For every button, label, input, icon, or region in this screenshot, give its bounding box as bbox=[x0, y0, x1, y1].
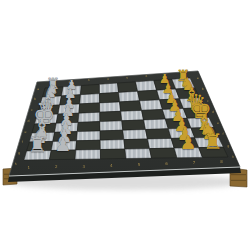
square-b6[interactable] bbox=[138, 90, 160, 101]
rank-label-far-6: 6 bbox=[145, 74, 147, 78]
square-b4[interactable] bbox=[100, 92, 120, 103]
file-label-left-a: a bbox=[37, 87, 39, 91]
square-f4[interactable] bbox=[100, 130, 124, 140]
square-c6[interactable] bbox=[140, 100, 163, 111]
file-label-right-g: g bbox=[227, 144, 229, 148]
square-e4[interactable] bbox=[100, 121, 123, 131]
square-g3[interactable] bbox=[76, 140, 101, 150]
square-c4[interactable] bbox=[100, 102, 121, 112]
rank-label-near-1: 1 bbox=[28, 165, 31, 170]
piece-black-pawn-h7[interactable]: ♟ bbox=[180, 135, 197, 154]
square-h6[interactable] bbox=[150, 148, 178, 158]
rank-label-near-4: 4 bbox=[110, 163, 113, 168]
square-d4[interactable] bbox=[100, 111, 122, 121]
chess-set-scene: 11aa22bb33cc44dd55ee66ff77gg88hh ♜♞♝♛♚♝♞… bbox=[0, 0, 250, 250]
square-f5[interactable] bbox=[123, 130, 148, 140]
file-label-left-h: h bbox=[15, 162, 17, 166]
square-g6[interactable] bbox=[148, 138, 175, 148]
square-d6[interactable] bbox=[142, 110, 166, 120]
square-d3[interactable] bbox=[78, 112, 100, 122]
rank-label-far-3: 3 bbox=[88, 78, 90, 82]
square-b3[interactable] bbox=[80, 94, 100, 104]
square-e5[interactable] bbox=[122, 120, 146, 130]
file-label-left-g: g bbox=[18, 151, 20, 155]
square-g5[interactable] bbox=[124, 139, 150, 149]
square-c5[interactable] bbox=[120, 101, 142, 112]
rank-label-near-6: 6 bbox=[165, 161, 168, 166]
square-a6[interactable] bbox=[136, 81, 157, 92]
square-f6[interactable] bbox=[146, 129, 172, 139]
square-h5[interactable] bbox=[125, 149, 152, 159]
square-a3[interactable] bbox=[81, 84, 100, 94]
rank-label-near-2: 2 bbox=[55, 164, 58, 169]
square-e6[interactable] bbox=[144, 119, 169, 129]
rank-label-near-8: 8 bbox=[220, 159, 223, 164]
square-d5[interactable] bbox=[121, 110, 144, 120]
piece-white-rook-h1[interactable]: ♜ bbox=[28, 134, 47, 156]
square-h4[interactable] bbox=[100, 149, 126, 159]
rank-label-far-4: 4 bbox=[107, 77, 109, 81]
square-f3[interactable] bbox=[77, 131, 101, 141]
rank-label-near-3: 3 bbox=[83, 164, 86, 169]
square-a4[interactable] bbox=[99, 83, 118, 94]
rank-label-far-5: 5 bbox=[126, 76, 128, 80]
file-label-left-e: e bbox=[24, 130, 26, 134]
rank-label-near-5: 5 bbox=[138, 162, 141, 167]
file-label-right-h: h bbox=[232, 155, 234, 159]
file-label-right-a: a bbox=[197, 76, 199, 80]
square-h3[interactable] bbox=[75, 150, 101, 160]
piece-white-pawn-h2[interactable]: ♟ bbox=[54, 137, 71, 156]
square-b5[interactable] bbox=[119, 91, 140, 102]
piece-black-rook-h8[interactable]: ♜ bbox=[204, 131, 223, 153]
square-c3[interactable] bbox=[79, 103, 100, 113]
square-g4[interactable] bbox=[100, 140, 125, 150]
square-a5[interactable] bbox=[118, 82, 138, 93]
square-e3[interactable] bbox=[77, 122, 100, 132]
rank-label-near-7: 7 bbox=[193, 160, 196, 165]
